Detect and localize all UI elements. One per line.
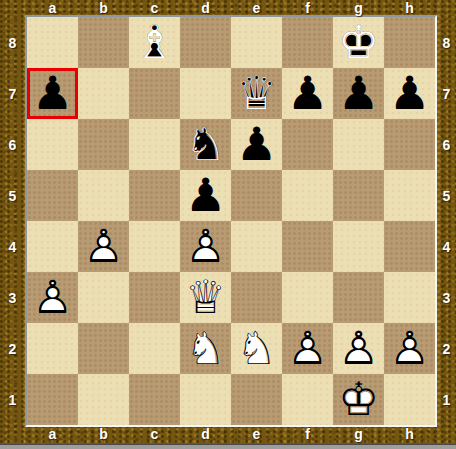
square-c6[interactable] xyxy=(129,119,180,170)
square-e5[interactable] xyxy=(231,170,282,221)
square-d5[interactable]: ♟ xyxy=(180,170,231,221)
rank-label-8: 8 xyxy=(0,17,25,68)
rank-label-3: 3 xyxy=(437,272,456,323)
rank-label-5: 5 xyxy=(437,170,456,221)
square-b2[interactable] xyxy=(78,323,129,374)
black-king-outline: ♔ xyxy=(333,17,384,68)
square-f2[interactable]: ♟♙ xyxy=(282,323,333,374)
white-pawn[interactable]: ♟♙ xyxy=(27,272,78,323)
square-f6[interactable] xyxy=(282,119,333,170)
black-king[interactable]: ♚♔ xyxy=(333,17,384,68)
file-label-f: f xyxy=(282,0,333,16)
square-d1[interactable] xyxy=(180,374,231,425)
square-f4[interactable] xyxy=(282,221,333,272)
black-pawn[interactable]: ♟ xyxy=(231,119,282,170)
square-b5[interactable] xyxy=(78,170,129,221)
rank-label-3: 3 xyxy=(0,272,25,323)
square-b6[interactable] xyxy=(78,119,129,170)
square-g8[interactable]: ♚♔ xyxy=(333,17,384,68)
square-c1[interactable] xyxy=(129,374,180,425)
square-g6[interactable] xyxy=(333,119,384,170)
black-bishop[interactable]: ♝♗ xyxy=(129,17,180,68)
black-pawn-glyph: ♟ xyxy=(231,119,282,170)
square-a1[interactable] xyxy=(27,374,78,425)
file-label-g: g xyxy=(333,426,384,443)
black-bishop-outline: ♗ xyxy=(129,17,180,68)
rank-label-6: 6 xyxy=(0,119,25,170)
square-e2[interactable]: ♞♘ xyxy=(231,323,282,374)
square-g3[interactable] xyxy=(333,272,384,323)
black-pawn[interactable]: ♟ xyxy=(333,68,384,119)
white-pawn[interactable]: ♟♙ xyxy=(333,323,384,374)
file-label-e: e xyxy=(231,426,282,443)
square-a8[interactable] xyxy=(27,17,78,68)
square-f3[interactable] xyxy=(282,272,333,323)
square-c4[interactable] xyxy=(129,221,180,272)
black-knight-outline: ♘ xyxy=(180,119,231,170)
square-f1[interactable] xyxy=(282,374,333,425)
file-label-d: d xyxy=(180,426,231,443)
square-b3[interactable] xyxy=(78,272,129,323)
black-pawn[interactable]: ♟ xyxy=(384,68,435,119)
white-pawn-outline: ♙ xyxy=(333,323,384,374)
black-queen-outline: ♕ xyxy=(231,68,282,119)
square-a5[interactable] xyxy=(27,170,78,221)
black-pawn[interactable]: ♟ xyxy=(282,68,333,119)
square-b8[interactable] xyxy=(78,17,129,68)
white-knight-outline: ♘ xyxy=(231,323,282,374)
white-pawn[interactable]: ♟♙ xyxy=(282,323,333,374)
file-label-h: h xyxy=(384,0,435,16)
white-queen[interactable]: ♛♕ xyxy=(180,272,231,323)
rank-label-7: 7 xyxy=(437,68,456,119)
square-g1[interactable]: ♚♔ xyxy=(333,374,384,425)
square-f5[interactable] xyxy=(282,170,333,221)
rank-label-8: 8 xyxy=(437,17,456,68)
rank-labels-left: 87654321 xyxy=(0,17,25,425)
square-d3[interactable]: ♛♕ xyxy=(180,272,231,323)
rank-labels-right: 87654321 xyxy=(437,17,456,425)
square-d7[interactable] xyxy=(180,68,231,119)
file-label-a: a xyxy=(27,0,78,16)
square-g4[interactable] xyxy=(333,221,384,272)
square-e7[interactable]: ♛♕ xyxy=(231,68,282,119)
square-d8[interactable] xyxy=(180,17,231,68)
square-f7[interactable]: ♟ xyxy=(282,68,333,119)
square-c8[interactable]: ♝♗ xyxy=(129,17,180,68)
rank-label-2: 2 xyxy=(437,323,456,374)
file-label-b: b xyxy=(78,426,129,443)
square-h1[interactable] xyxy=(384,374,435,425)
file-label-f: f xyxy=(282,426,333,443)
white-pawn-outline: ♙ xyxy=(282,323,333,374)
square-a7-highlighted[interactable]: ♟ xyxy=(27,68,78,119)
rank-label-4: 4 xyxy=(437,221,456,272)
window-bottom-edge xyxy=(0,444,456,449)
square-a2[interactable] xyxy=(27,323,78,374)
square-g2[interactable]: ♟♙ xyxy=(333,323,384,374)
square-f8[interactable] xyxy=(282,17,333,68)
square-e8[interactable] xyxy=(231,17,282,68)
file-label-b: b xyxy=(78,0,129,16)
black-knight[interactable]: ♞♘ xyxy=(180,119,231,170)
square-b1[interactable] xyxy=(78,374,129,425)
white-pawn-outline: ♙ xyxy=(78,221,129,272)
square-g5[interactable] xyxy=(333,170,384,221)
file-label-a: a xyxy=(27,426,78,443)
white-knight-outline: ♘ xyxy=(180,323,231,374)
black-pawn-glyph: ♟ xyxy=(27,68,78,119)
square-c7[interactable] xyxy=(129,68,180,119)
chess-app-window: abcdefgh 87654321 87654321 abcdefgh ♝♗♚♔… xyxy=(0,0,456,449)
square-d2[interactable]: ♞♘ xyxy=(180,323,231,374)
square-b4[interactable]: ♟♙ xyxy=(78,221,129,272)
square-h3[interactable] xyxy=(384,272,435,323)
black-pawn[interactable]: ♟ xyxy=(180,170,231,221)
white-knight[interactable]: ♞♘ xyxy=(231,323,282,374)
square-h4[interactable] xyxy=(384,221,435,272)
rank-label-5: 5 xyxy=(0,170,25,221)
black-pawn-glyph: ♟ xyxy=(180,170,231,221)
black-queen[interactable]: ♛♕ xyxy=(231,68,282,119)
black-pawn-glyph: ♟ xyxy=(384,68,435,119)
white-king[interactable]: ♚♔ xyxy=(333,374,384,425)
board-frame: ♝♗♚♔♟♛♕♟♟♟♞♘♟♟♟♙♟♙♟♙♛♕♞♘♞♘♟♙♟♙♟♙♚♔ xyxy=(25,15,437,427)
file-label-c: c xyxy=(129,0,180,16)
white-pawn[interactable]: ♟♙ xyxy=(180,221,231,272)
file-labels-bottom: abcdefgh xyxy=(27,426,435,443)
chess-board: ♝♗♚♔♟♛♕♟♟♟♞♘♟♟♟♙♟♙♟♙♛♕♞♘♞♘♟♙♟♙♟♙♚♔ xyxy=(27,17,435,425)
rank-label-1: 1 xyxy=(437,374,456,425)
square-a6[interactable] xyxy=(27,119,78,170)
square-e6[interactable]: ♟ xyxy=(231,119,282,170)
rank-label-2: 2 xyxy=(0,323,25,374)
square-a4[interactable] xyxy=(27,221,78,272)
file-label-g: g xyxy=(333,0,384,16)
square-h6[interactable] xyxy=(384,119,435,170)
square-d4[interactable]: ♟♙ xyxy=(180,221,231,272)
white-pawn-outline: ♙ xyxy=(27,272,78,323)
white-pawn[interactable]: ♟♙ xyxy=(78,221,129,272)
square-h5[interactable] xyxy=(384,170,435,221)
file-label-c: c xyxy=(129,426,180,443)
rank-label-6: 6 xyxy=(437,119,456,170)
square-g7[interactable]: ♟ xyxy=(333,68,384,119)
square-c5[interactable] xyxy=(129,170,180,221)
rank-label-4: 4 xyxy=(0,221,25,272)
file-label-e: e xyxy=(231,0,282,16)
white-pawn[interactable]: ♟♙ xyxy=(384,323,435,374)
black-pawn-glyph: ♟ xyxy=(282,68,333,119)
square-d6[interactable]: ♞♘ xyxy=(180,119,231,170)
square-e4[interactable] xyxy=(231,221,282,272)
square-b7[interactable] xyxy=(78,68,129,119)
square-h8[interactable] xyxy=(384,17,435,68)
square-c2[interactable] xyxy=(129,323,180,374)
white-pawn-outline: ♙ xyxy=(384,323,435,374)
file-label-d: d xyxy=(180,0,231,16)
square-a3[interactable]: ♟♙ xyxy=(27,272,78,323)
black-pawn-glyph: ♟ xyxy=(333,68,384,119)
white-pawn-outline: ♙ xyxy=(180,221,231,272)
square-e1[interactable] xyxy=(231,374,282,425)
white-knight[interactable]: ♞♘ xyxy=(180,323,231,374)
rank-label-7: 7 xyxy=(0,68,25,119)
square-e3[interactable] xyxy=(231,272,282,323)
file-label-h: h xyxy=(384,426,435,443)
rank-label-1: 1 xyxy=(0,374,25,425)
white-queen-outline: ♕ xyxy=(180,272,231,323)
white-king-outline: ♔ xyxy=(333,374,384,425)
square-h7[interactable]: ♟ xyxy=(384,68,435,119)
square-h2[interactable]: ♟♙ xyxy=(384,323,435,374)
file-labels-top: abcdefgh xyxy=(27,0,435,16)
square-c3[interactable] xyxy=(129,272,180,323)
black-pawn[interactable]: ♟ xyxy=(27,68,78,119)
